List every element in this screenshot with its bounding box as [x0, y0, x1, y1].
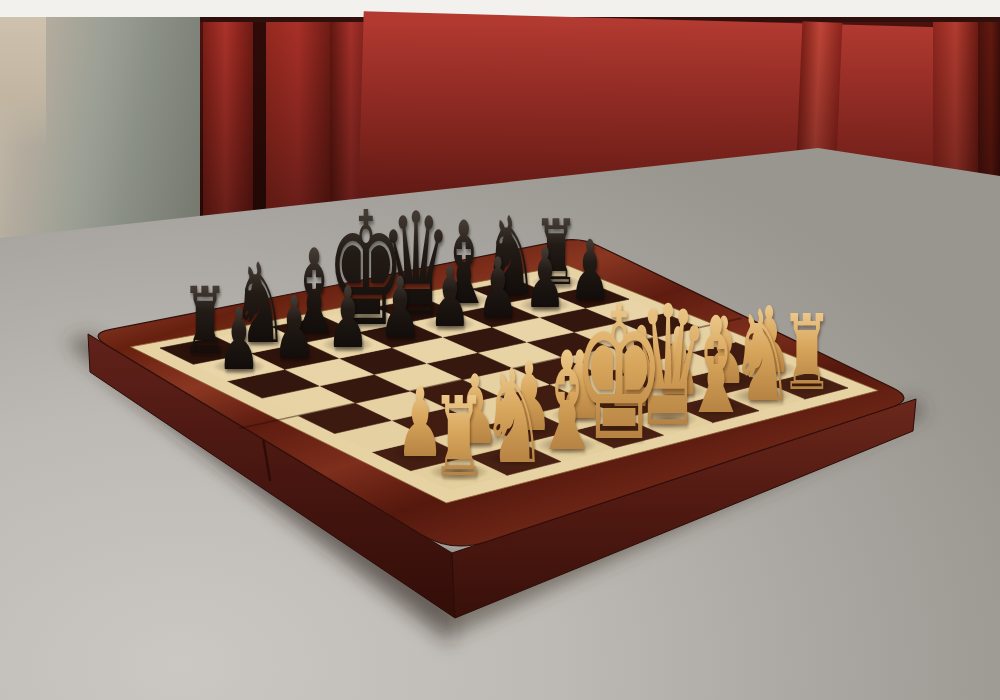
piece-black-p-b7[interactable]: ♟ [524, 238, 566, 321]
piece-white-n-g1[interactable]: ♞ [481, 352, 546, 482]
piece-black-p-c7[interactable]: ♟ [477, 247, 519, 330]
piece-black-p-d7[interactable]: ♟ [428, 256, 470, 340]
piece-black-p-h7[interactable]: ♟ [217, 297, 260, 382]
piece-black-p-f7[interactable]: ♟ [327, 276, 369, 361]
piece-black-p-e7[interactable]: ♟ [378, 266, 420, 350]
photo-scene: ♜♞♝♛♚♝♞♜♟♟♟♟♟♟♟♟♟♟♟♟♟♟♟♟♜♞♝♛♚♝♞♜ [0, 0, 1000, 700]
piece-black-p-g7[interactable]: ♟ [273, 286, 316, 371]
piece-white-r-h1[interactable]: ♜ [431, 383, 486, 492]
